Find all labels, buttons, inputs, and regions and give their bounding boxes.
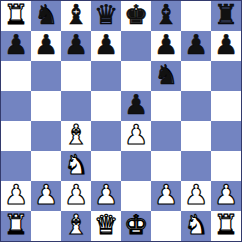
square-b7[interactable]: ♟: [31, 31, 61, 61]
square-d5[interactable]: [91, 91, 121, 121]
square-a4[interactable]: [1, 121, 31, 151]
black-bishop: ♝: [154, 1, 178, 30]
square-a8[interactable]: ♜: [1, 1, 31, 31]
black-rook: ♜: [214, 1, 238, 30]
white-pawn: ♟: [94, 181, 118, 210]
square-e2[interactable]: [121, 181, 151, 211]
white-queen: ♛: [94, 211, 118, 240]
square-b2[interactable]: ♟: [31, 181, 61, 211]
square-a2[interactable]: ♟: [1, 181, 31, 211]
square-c8[interactable]: ♝: [61, 1, 91, 31]
square-e3[interactable]: [121, 151, 151, 181]
square-b6[interactable]: [31, 61, 61, 91]
square-g1[interactable]: ♞: [181, 211, 211, 241]
square-e4[interactable]: ♟: [121, 121, 151, 151]
square-f3[interactable]: [151, 151, 181, 181]
black-pawn: ♟: [34, 31, 58, 60]
white-pawn: ♟: [184, 181, 208, 210]
square-d2[interactable]: ♟: [91, 181, 121, 211]
white-pawn: ♟: [214, 181, 238, 210]
white-knight: ♞: [64, 151, 88, 180]
black-pawn: ♟: [184, 31, 208, 60]
white-bishop: ♝: [64, 121, 88, 150]
square-a5[interactable]: [1, 91, 31, 121]
square-g5[interactable]: [181, 91, 211, 121]
square-h8[interactable]: ♜: [211, 1, 241, 31]
square-f7[interactable]: ♟: [151, 31, 181, 61]
square-g7[interactable]: ♟: [181, 31, 211, 61]
white-pawn: ♟: [154, 181, 178, 210]
square-b8[interactable]: ♞: [31, 1, 61, 31]
white-bishop: ♝: [64, 211, 88, 240]
square-a6[interactable]: [1, 61, 31, 91]
square-f4[interactable]: [151, 121, 181, 151]
square-c2[interactable]: ♟: [61, 181, 91, 211]
square-d7[interactable]: ♟: [91, 31, 121, 61]
square-b4[interactable]: [31, 121, 61, 151]
square-h5[interactable]: [211, 91, 241, 121]
black-king: ♚: [124, 1, 148, 30]
square-g3[interactable]: [181, 151, 211, 181]
square-g8[interactable]: [181, 1, 211, 31]
square-d8[interactable]: ♛: [91, 1, 121, 31]
square-a7[interactable]: ♟: [1, 31, 31, 61]
square-e5[interactable]: ♟: [121, 91, 151, 121]
square-b1[interactable]: [31, 211, 61, 241]
square-g4[interactable]: [181, 121, 211, 151]
white-knight: ♞: [184, 211, 208, 240]
white-pawn: ♟: [64, 181, 88, 210]
black-pawn: ♟: [64, 31, 88, 60]
white-rook: ♜: [4, 211, 28, 240]
square-a3[interactable]: [1, 151, 31, 181]
black-knight: ♞: [154, 61, 178, 90]
square-f6[interactable]: ♞: [151, 61, 181, 91]
square-c1[interactable]: ♝: [61, 211, 91, 241]
square-h7[interactable]: ♟: [211, 31, 241, 61]
black-pawn: ♟: [124, 91, 148, 120]
black-pawn: ♟: [154, 31, 178, 60]
white-rook: ♜: [4, 1, 28, 30]
square-c5[interactable]: [61, 91, 91, 121]
square-f1[interactable]: [151, 211, 181, 241]
black-knight: ♞: [34, 1, 58, 30]
square-b5[interactable]: [31, 91, 61, 121]
black-pawn: ♟: [214, 31, 238, 60]
square-f5[interactable]: [151, 91, 181, 121]
square-g2[interactable]: ♟: [181, 181, 211, 211]
square-e7[interactable]: [121, 31, 151, 61]
square-d1[interactable]: ♛: [91, 211, 121, 241]
square-c6[interactable]: [61, 61, 91, 91]
white-pawn: ♟: [4, 181, 28, 210]
chess-board: ♜♞♝♛♚♝♜♟♟♟♟♟♟♟♞♟♝♟♞♟♟♟♟♟♟♟♜♝♛♚♞♜: [0, 0, 242, 242]
square-b3[interactable]: [31, 151, 61, 181]
square-a1[interactable]: ♜: [1, 211, 31, 241]
square-h1[interactable]: ♜: [211, 211, 241, 241]
black-pawn: ♟: [4, 31, 28, 60]
square-h3[interactable]: [211, 151, 241, 181]
square-e6[interactable]: [121, 61, 151, 91]
square-c4[interactable]: ♝: [61, 121, 91, 151]
square-c7[interactable]: ♟: [61, 31, 91, 61]
square-f2[interactable]: ♟: [151, 181, 181, 211]
square-d3[interactable]: [91, 151, 121, 181]
square-c3[interactable]: ♞: [61, 151, 91, 181]
square-d4[interactable]: [91, 121, 121, 151]
square-e1[interactable]: ♚: [121, 211, 151, 241]
square-h6[interactable]: [211, 61, 241, 91]
square-d6[interactable]: [91, 61, 121, 91]
black-bishop: ♝: [64, 1, 88, 30]
white-pawn: ♟: [34, 181, 58, 210]
square-g6[interactable]: [181, 61, 211, 91]
white-rook: ♜: [214, 211, 238, 240]
square-e8[interactable]: ♚: [121, 1, 151, 31]
square-f8[interactable]: ♝: [151, 1, 181, 31]
black-queen: ♛: [94, 1, 118, 30]
black-pawn: ♟: [94, 31, 118, 60]
white-king: ♚: [124, 211, 148, 240]
square-h4[interactable]: [211, 121, 241, 151]
white-pawn: ♟: [124, 121, 148, 150]
square-h2[interactable]: ♟: [211, 181, 241, 211]
